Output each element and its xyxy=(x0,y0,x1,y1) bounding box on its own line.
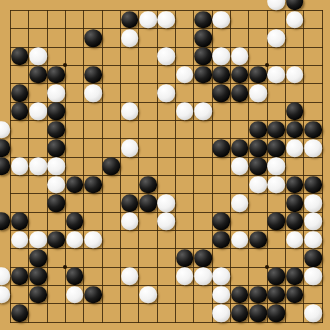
black-stone[interactable] xyxy=(231,66,249,84)
black-stone[interactable] xyxy=(176,249,194,267)
black-stone[interactable] xyxy=(11,213,29,231)
white-stone[interactable] xyxy=(268,66,286,84)
black-stone[interactable] xyxy=(84,29,102,47)
white-stone[interactable] xyxy=(84,84,102,102)
black-stone[interactable] xyxy=(194,29,212,47)
black-stone[interactable] xyxy=(103,158,121,176)
white-stone[interactable] xyxy=(213,304,231,322)
hoshi-star-point xyxy=(63,265,67,269)
grid-line-vertical xyxy=(322,10,323,323)
white-stone[interactable] xyxy=(231,48,249,66)
white-stone[interactable] xyxy=(213,286,231,304)
white-stone[interactable] xyxy=(121,29,139,47)
black-stone[interactable] xyxy=(0,213,10,231)
black-stone[interactable] xyxy=(286,121,304,139)
white-stone[interactable] xyxy=(158,84,176,102)
black-stone[interactable] xyxy=(249,231,267,249)
black-stone[interactable] xyxy=(84,286,102,304)
black-stone[interactable] xyxy=(231,139,249,157)
black-stone[interactable] xyxy=(286,268,304,286)
white-stone[interactable] xyxy=(304,213,322,231)
white-stone[interactable] xyxy=(11,158,29,176)
black-stone[interactable] xyxy=(29,66,47,84)
black-stone[interactable] xyxy=(231,304,249,322)
white-stone[interactable] xyxy=(304,194,322,212)
white-stone[interactable] xyxy=(304,231,322,249)
black-stone[interactable] xyxy=(29,286,47,304)
white-stone[interactable] xyxy=(11,231,29,249)
black-stone[interactable] xyxy=(194,249,212,267)
white-stone[interactable] xyxy=(0,121,10,139)
black-stone[interactable] xyxy=(11,304,29,322)
white-stone[interactable] xyxy=(121,268,139,286)
grid-line-horizontal xyxy=(10,322,323,323)
black-stone[interactable] xyxy=(194,11,212,29)
black-stone[interactable] xyxy=(213,139,231,157)
black-stone[interactable] xyxy=(213,213,231,231)
white-stone[interactable] xyxy=(158,11,176,29)
white-stone[interactable] xyxy=(213,11,231,29)
black-stone[interactable] xyxy=(194,48,212,66)
white-stone[interactable] xyxy=(231,158,249,176)
white-stone[interactable] xyxy=(121,139,139,157)
white-stone[interactable] xyxy=(231,231,249,249)
white-stone[interactable] xyxy=(268,29,286,47)
black-stone[interactable] xyxy=(286,286,304,304)
black-stone[interactable] xyxy=(213,231,231,249)
white-stone[interactable] xyxy=(286,139,304,157)
black-stone[interactable] xyxy=(249,304,267,322)
black-stone[interactable] xyxy=(286,176,304,194)
white-stone[interactable] xyxy=(268,158,286,176)
black-stone[interactable] xyxy=(11,103,29,121)
black-stone[interactable] xyxy=(268,286,286,304)
black-stone[interactable] xyxy=(48,121,66,139)
white-stone[interactable] xyxy=(268,0,286,10)
white-stone[interactable] xyxy=(286,66,304,84)
black-stone[interactable] xyxy=(66,213,84,231)
white-stone[interactable] xyxy=(304,268,322,286)
white-stone[interactable] xyxy=(0,286,10,304)
black-stone[interactable] xyxy=(48,103,66,121)
black-stone[interactable] xyxy=(48,231,66,249)
black-stone[interactable] xyxy=(286,0,304,10)
black-stone[interactable] xyxy=(48,139,66,157)
black-stone[interactable] xyxy=(268,304,286,322)
white-stone[interactable] xyxy=(121,213,139,231)
black-stone[interactable] xyxy=(66,176,84,194)
white-stone[interactable] xyxy=(249,84,267,102)
white-stone[interactable] xyxy=(29,103,47,121)
black-stone[interactable] xyxy=(231,84,249,102)
black-stone[interactable] xyxy=(11,84,29,102)
white-stone[interactable] xyxy=(139,11,157,29)
white-stone[interactable] xyxy=(213,48,231,66)
white-stone[interactable] xyxy=(121,103,139,121)
white-stone[interactable] xyxy=(48,84,66,102)
hoshi-star-point xyxy=(265,265,269,269)
black-stone[interactable] xyxy=(194,66,212,84)
black-stone[interactable] xyxy=(48,66,66,84)
white-stone[interactable] xyxy=(176,103,194,121)
white-stone[interactable] xyxy=(286,11,304,29)
black-stone[interactable] xyxy=(0,139,10,157)
go-board-screenshot xyxy=(0,0,330,330)
white-stone[interactable] xyxy=(286,231,304,249)
black-stone[interactable] xyxy=(29,268,47,286)
black-stone[interactable] xyxy=(11,268,29,286)
white-stone[interactable] xyxy=(0,268,10,286)
black-stone[interactable] xyxy=(29,249,47,267)
black-stone[interactable] xyxy=(286,103,304,121)
white-stone[interactable] xyxy=(29,48,47,66)
white-stone[interactable] xyxy=(176,268,194,286)
white-stone[interactable] xyxy=(66,231,84,249)
black-stone[interactable] xyxy=(139,176,157,194)
black-stone[interactable] xyxy=(213,66,231,84)
white-stone[interactable] xyxy=(304,304,322,322)
black-stone[interactable] xyxy=(84,66,102,84)
white-stone[interactable] xyxy=(158,213,176,231)
black-stone[interactable] xyxy=(268,139,286,157)
white-stone[interactable] xyxy=(158,48,176,66)
black-stone[interactable] xyxy=(249,139,267,157)
black-stone[interactable] xyxy=(304,121,322,139)
black-stone[interactable] xyxy=(249,158,267,176)
hoshi-star-point xyxy=(63,63,67,67)
black-stone[interactable] xyxy=(84,176,102,194)
black-stone[interactable] xyxy=(11,48,29,66)
white-stone[interactable] xyxy=(268,176,286,194)
black-stone[interactable] xyxy=(66,268,84,286)
black-stone[interactable] xyxy=(304,176,322,194)
black-stone[interactable] xyxy=(213,84,231,102)
white-stone[interactable] xyxy=(139,286,157,304)
black-stone[interactable] xyxy=(268,121,286,139)
white-stone[interactable] xyxy=(176,66,194,84)
white-stone[interactable] xyxy=(158,194,176,212)
white-stone[interactable] xyxy=(66,286,84,304)
black-stone[interactable] xyxy=(121,11,139,29)
white-stone[interactable] xyxy=(249,176,267,194)
go-board[interactable] xyxy=(0,0,330,330)
black-stone[interactable] xyxy=(304,249,322,267)
white-stone[interactable] xyxy=(213,268,231,286)
black-stone[interactable] xyxy=(249,121,267,139)
black-stone[interactable] xyxy=(139,194,157,212)
black-stone[interactable] xyxy=(268,268,286,286)
white-stone[interactable] xyxy=(231,194,249,212)
black-stone[interactable] xyxy=(48,194,66,212)
white-stone[interactable] xyxy=(29,158,47,176)
white-stone[interactable] xyxy=(48,158,66,176)
black-stone[interactable] xyxy=(249,66,267,84)
white-stone[interactable] xyxy=(29,231,47,249)
white-stone[interactable] xyxy=(48,176,66,194)
white-stone[interactable] xyxy=(84,231,102,249)
black-stone[interactable] xyxy=(268,213,286,231)
white-stone[interactable] xyxy=(194,103,212,121)
black-stone[interactable] xyxy=(231,286,249,304)
black-stone[interactable] xyxy=(249,286,267,304)
hoshi-star-point xyxy=(265,63,269,67)
black-stone[interactable] xyxy=(0,158,10,176)
white-stone[interactable] xyxy=(194,268,212,286)
black-stone[interactable] xyxy=(121,194,139,212)
black-stone[interactable] xyxy=(286,213,304,231)
black-stone[interactable] xyxy=(286,194,304,212)
white-stone[interactable] xyxy=(304,139,322,157)
